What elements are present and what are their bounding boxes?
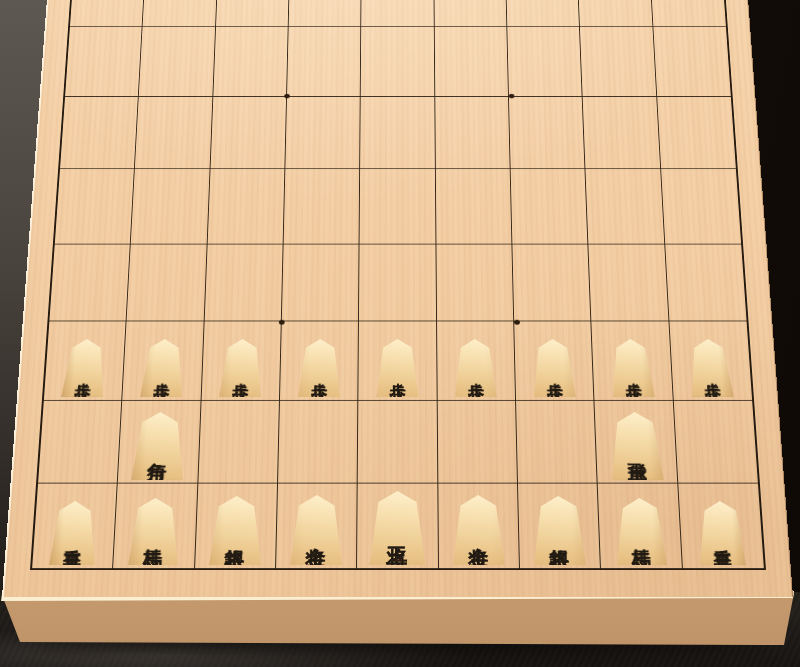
- piece-bishop-88[interactable]: 角行: [131, 412, 186, 480]
- pieces-layer: 歩兵歩兵歩兵歩兵歩兵歩兵歩兵歩兵歩兵角行飛車香車桂馬銀将金将玉将金将銀将桂馬香車: [0, 0, 800, 667]
- piece-kanji: 金将: [468, 526, 488, 534]
- piece-knight-29[interactable]: 桂馬: [614, 498, 667, 565]
- piece-silver-39[interactable]: 銀将: [533, 496, 587, 565]
- piece-kanji: 歩兵: [390, 364, 406, 372]
- piece-gold-49[interactable]: 金将: [452, 495, 505, 565]
- piece-kanji: 金将: [306, 526, 326, 534]
- piece-kanji: 桂馬: [631, 528, 650, 536]
- piece-pawn-47[interactable]: 歩兵: [454, 339, 497, 397]
- piece-lance-99[interactable]: 香車: [49, 501, 98, 565]
- piece-pawn-67[interactable]: 歩兵: [298, 339, 341, 397]
- piece-kanji: 歩兵: [702, 364, 719, 372]
- maker-signature-mark: [390, 557, 406, 563]
- piece-kanji: 歩兵: [468, 364, 484, 372]
- piece-silver-79[interactable]: 銀将: [209, 496, 263, 565]
- piece-kanji: 歩兵: [233, 364, 249, 372]
- piece-lance-19[interactable]: 香車: [697, 501, 746, 565]
- piece-pawn-37[interactable]: 歩兵: [532, 339, 577, 397]
- piece-kanji: 飛車: [626, 442, 645, 450]
- piece-pawn-87[interactable]: 歩兵: [140, 339, 186, 397]
- piece-pawn-77[interactable]: 歩兵: [219, 339, 264, 397]
- piece-king-59[interactable]: 玉将: [370, 491, 426, 565]
- piece-kanji: 銀将: [549, 527, 569, 535]
- piece-pawn-57[interactable]: 歩兵: [377, 339, 419, 397]
- shogi-photo-scene: 歩兵歩兵歩兵歩兵歩兵歩兵歩兵歩兵歩兵角行飛車香車桂馬銀将金将玉将金将銀将桂馬香車: [0, 0, 800, 667]
- piece-pawn-97[interactable]: 歩兵: [61, 339, 108, 397]
- piece-rook-28[interactable]: 飛車: [608, 412, 663, 480]
- piece-knight-89[interactable]: 桂馬: [128, 498, 181, 565]
- piece-kanji: 桂馬: [145, 528, 164, 536]
- piece-kanji: 歩兵: [311, 364, 327, 372]
- piece-kanji: 玉将: [387, 524, 408, 532]
- piece-pawn-17[interactable]: 歩兵: [687, 339, 734, 397]
- piece-pawn-27[interactable]: 歩兵: [609, 339, 655, 397]
- piece-kanji: 歩兵: [624, 364, 641, 372]
- piece-gold-69[interactable]: 金将: [290, 495, 343, 565]
- piece-kanji: 歩兵: [76, 364, 93, 372]
- piece-kanji: 歩兵: [546, 364, 562, 372]
- piece-kanji: 香車: [712, 529, 730, 537]
- piece-kanji: 歩兵: [155, 364, 172, 372]
- piece-kanji: 角行: [149, 442, 168, 450]
- piece-kanji: 香車: [64, 529, 82, 537]
- piece-kanji: 銀将: [225, 527, 245, 535]
